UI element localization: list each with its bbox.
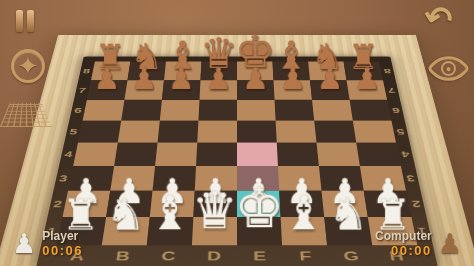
file-labels-front: ABCDEFGH <box>52 246 422 266</box>
piece-white-queen[interactable]: ♛ <box>192 187 238 236</box>
piece-black-pawn[interactable]: ♟ <box>354 65 381 93</box>
square-h4[interactable] <box>356 143 401 166</box>
file-label-f: F <box>282 246 329 266</box>
square-g1[interactable]: ♞ <box>324 217 372 245</box>
board-grid: ♜♞♝♛♚♝♞♜♟♟♟♟♟♟♟♟♟♟♟♟♟♟♟♟♜♞♝♛♚♝♞♜ <box>57 62 418 246</box>
file-label-c: C <box>145 246 192 266</box>
square-d7[interactable]: ♟ <box>199 80 237 100</box>
square-h5[interactable] <box>353 121 396 143</box>
white-pawn-icon: ♟ <box>12 230 36 257</box>
file-label-d: D <box>191 246 237 266</box>
square-e4[interactable] <box>237 143 278 166</box>
eye-icon[interactable] <box>427 47 471 91</box>
square-a6[interactable] <box>83 100 125 121</box>
player-panel: ♟ Player 00:06 <box>12 229 83 258</box>
piece-black-pawn[interactable]: ♟ <box>242 65 269 93</box>
square-e6[interactable] <box>237 100 276 121</box>
square-d6[interactable] <box>198 100 237 121</box>
piece-white-bishop[interactable]: ♝ <box>149 191 191 235</box>
square-b1[interactable]: ♞ <box>102 217 150 245</box>
file-label-e: E <box>237 246 283 266</box>
pause-icon[interactable] <box>16 10 34 32</box>
square-g5[interactable] <box>314 121 356 143</box>
square-f1[interactable]: ♝ <box>281 217 328 245</box>
square-f5[interactable] <box>276 121 317 143</box>
square-f4[interactable] <box>277 143 319 166</box>
piece-black-pawn[interactable]: ♟ <box>131 65 158 93</box>
computer-panel: ♟ Computer 00:00 <box>375 229 462 258</box>
eye-iris <box>438 58 459 79</box>
piece-white-knight[interactable]: ♞ <box>328 193 368 235</box>
square-h7[interactable]: ♟ <box>347 80 388 100</box>
computer-timer: 00:00 <box>375 243 432 258</box>
black-pawn-icon: ♟ <box>438 230 462 257</box>
square-b6[interactable] <box>121 100 162 121</box>
undo-icon[interactable]: ↶ <box>420 0 456 41</box>
square-h6[interactable] <box>350 100 392 121</box>
square-c4[interactable] <box>155 143 197 166</box>
square-c6[interactable] <box>160 100 200 121</box>
square-c1[interactable]: ♝ <box>147 217 194 245</box>
square-a5[interactable] <box>78 121 121 143</box>
square-g4[interactable] <box>316 143 359 166</box>
square-a4[interactable] <box>73 143 118 166</box>
square-c7[interactable]: ♟ <box>162 80 201 100</box>
board-scene: 87654321 87654321 ABCDEFGH ♜♞♝♛♚♝♞♜♟♟♟♟♟… <box>63 0 411 266</box>
square-b5[interactable] <box>118 121 160 143</box>
file-label-g: G <box>327 246 376 266</box>
file-label-b: B <box>98 246 147 266</box>
square-e7[interactable]: ♟ <box>237 80 275 100</box>
square-c5[interactable] <box>158 121 199 143</box>
piece-white-bishop[interactable]: ♝ <box>283 191 325 235</box>
square-d4[interactable] <box>196 143 237 166</box>
piece-black-pawn[interactable]: ♟ <box>317 65 344 93</box>
square-e5[interactable] <box>237 121 277 143</box>
player-label: Player <box>42 229 83 243</box>
square-b4[interactable] <box>114 143 157 166</box>
piece-white-knight[interactable]: ♞ <box>106 193 146 235</box>
square-a7[interactable]: ♟ <box>87 80 128 100</box>
square-f6[interactable] <box>275 100 315 121</box>
compass-icon[interactable]: ✦ <box>11 49 45 83</box>
computer-label: Computer <box>375 229 432 243</box>
piece-black-pawn[interactable]: ♟ <box>168 65 195 93</box>
game-screen: 87654321 87654321 ABCDEFGH ♜♞♝♛♚♝♞♜♟♟♟♟♟… <box>0 0 474 266</box>
square-d5[interactable] <box>197 121 237 143</box>
piece-white-king[interactable]: ♚ <box>234 183 284 236</box>
square-d1[interactable]: ♛ <box>192 217 237 245</box>
square-e1[interactable]: ♚ <box>237 217 282 245</box>
player-timer: 00:06 <box>42 243 83 258</box>
square-g6[interactable] <box>312 100 353 121</box>
piece-black-pawn[interactable]: ♟ <box>279 65 306 93</box>
square-f7[interactable]: ♟ <box>274 80 313 100</box>
square-g7[interactable]: ♟ <box>310 80 350 100</box>
piece-black-pawn[interactable]: ♟ <box>205 65 232 93</box>
square-b7[interactable]: ♟ <box>124 80 164 100</box>
piece-black-pawn[interactable]: ♟ <box>94 65 121 93</box>
